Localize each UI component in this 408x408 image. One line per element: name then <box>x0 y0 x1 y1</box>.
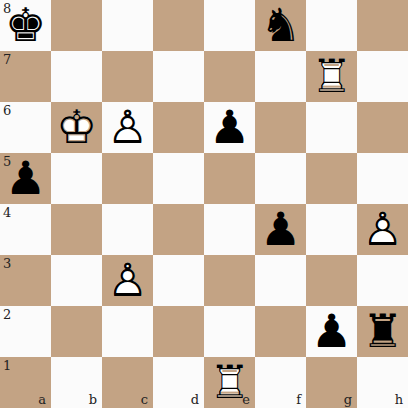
square-d7[interactable] <box>153 51 204 102</box>
square-c4[interactable] <box>102 204 153 255</box>
piece-black-king[interactable]: ♚ <box>0 0 51 51</box>
chess-board: 8♚♞7♜♖6♚♔♟♙♟5♟4♟♟♙3♟♙2♟♜1abcde♜♖fgh <box>0 0 408 408</box>
piece-black-rook[interactable]: ♜ <box>357 306 408 357</box>
rank-label-4: 4 <box>3 206 11 219</box>
file-label-c: c <box>141 393 148 406</box>
square-b4[interactable] <box>51 204 102 255</box>
piece-white-king[interactable]: ♔ <box>51 102 102 153</box>
file-label-g: g <box>344 393 352 406</box>
square-h4[interactable]: ♟♙ <box>357 204 408 255</box>
square-e3[interactable] <box>204 255 255 306</box>
square-f5[interactable] <box>255 153 306 204</box>
piece-white-pawn[interactable]: ♙ <box>102 102 153 153</box>
piece-black-pawn[interactable]: ♟ <box>0 153 51 204</box>
square-d6[interactable] <box>153 102 204 153</box>
square-f7[interactable] <box>255 51 306 102</box>
square-c8[interactable] <box>102 0 153 51</box>
rank-label-2: 2 <box>3 308 11 321</box>
square-d1[interactable]: d <box>153 357 204 408</box>
square-a6[interactable]: 6 <box>0 102 51 153</box>
square-f1[interactable]: f <box>255 357 306 408</box>
square-e1[interactable]: e♜♖ <box>204 357 255 408</box>
square-g4[interactable] <box>306 204 357 255</box>
square-c1[interactable]: c <box>102 357 153 408</box>
square-e4[interactable] <box>204 204 255 255</box>
rank-label-3: 3 <box>3 257 11 270</box>
square-c3[interactable]: ♟♙ <box>102 255 153 306</box>
square-g2[interactable]: ♟ <box>306 306 357 357</box>
square-f2[interactable] <box>255 306 306 357</box>
square-h1[interactable]: h <box>357 357 408 408</box>
square-a3[interactable]: 3 <box>0 255 51 306</box>
square-a7[interactable]: 7 <box>0 51 51 102</box>
square-g6[interactable] <box>306 102 357 153</box>
piece-black-knight[interactable]: ♞ <box>255 0 306 51</box>
square-h5[interactable] <box>357 153 408 204</box>
square-d8[interactable] <box>153 0 204 51</box>
square-a2[interactable]: 2 <box>0 306 51 357</box>
file-label-f: f <box>296 393 301 406</box>
square-g5[interactable] <box>306 153 357 204</box>
square-h3[interactable] <box>357 255 408 306</box>
square-c6[interactable]: ♟♙ <box>102 102 153 153</box>
rank-label-6: 6 <box>3 104 11 117</box>
square-c5[interactable] <box>102 153 153 204</box>
square-f4[interactable]: ♟ <box>255 204 306 255</box>
square-e5[interactable] <box>204 153 255 204</box>
square-b3[interactable] <box>51 255 102 306</box>
square-h2[interactable]: ♜ <box>357 306 408 357</box>
piece-black-pawn[interactable]: ♟ <box>306 306 357 357</box>
file-label-h: h <box>395 393 403 406</box>
square-h7[interactable] <box>357 51 408 102</box>
square-g8[interactable] <box>306 0 357 51</box>
square-g7[interactable]: ♜♖ <box>306 51 357 102</box>
square-e7[interactable] <box>204 51 255 102</box>
square-c2[interactable] <box>102 306 153 357</box>
square-a5[interactable]: 5♟ <box>0 153 51 204</box>
file-label-b: b <box>89 393 97 406</box>
square-a4[interactable]: 4 <box>0 204 51 255</box>
file-label-a: a <box>38 393 46 406</box>
square-e6[interactable]: ♟ <box>204 102 255 153</box>
piece-white-rook[interactable]: ♖ <box>306 51 357 102</box>
file-label-d: d <box>191 393 199 406</box>
square-c7[interactable] <box>102 51 153 102</box>
square-b6[interactable]: ♚♔ <box>51 102 102 153</box>
square-b1[interactable]: b <box>51 357 102 408</box>
square-h6[interactable] <box>357 102 408 153</box>
square-b5[interactable] <box>51 153 102 204</box>
square-g3[interactable] <box>306 255 357 306</box>
piece-white-pawn[interactable]: ♙ <box>102 255 153 306</box>
square-f6[interactable] <box>255 102 306 153</box>
square-a8[interactable]: 8♚ <box>0 0 51 51</box>
piece-white-pawn[interactable]: ♙ <box>357 204 408 255</box>
square-e2[interactable] <box>204 306 255 357</box>
square-d2[interactable] <box>153 306 204 357</box>
square-b7[interactable] <box>51 51 102 102</box>
square-h8[interactable] <box>357 0 408 51</box>
rank-label-1: 1 <box>3 359 11 372</box>
rank-label-7: 7 <box>3 53 11 66</box>
piece-black-pawn[interactable]: ♟ <box>204 102 255 153</box>
square-d4[interactable] <box>153 204 204 255</box>
piece-white-rook[interactable]: ♖ <box>204 357 255 408</box>
square-d3[interactable] <box>153 255 204 306</box>
square-f8[interactable]: ♞ <box>255 0 306 51</box>
piece-black-pawn[interactable]: ♟ <box>255 204 306 255</box>
square-e8[interactable] <box>204 0 255 51</box>
square-b8[interactable] <box>51 0 102 51</box>
square-d5[interactable] <box>153 153 204 204</box>
square-g1[interactable]: g <box>306 357 357 408</box>
square-a1[interactable]: 1a <box>0 357 51 408</box>
square-f3[interactable] <box>255 255 306 306</box>
square-b2[interactable] <box>51 306 102 357</box>
